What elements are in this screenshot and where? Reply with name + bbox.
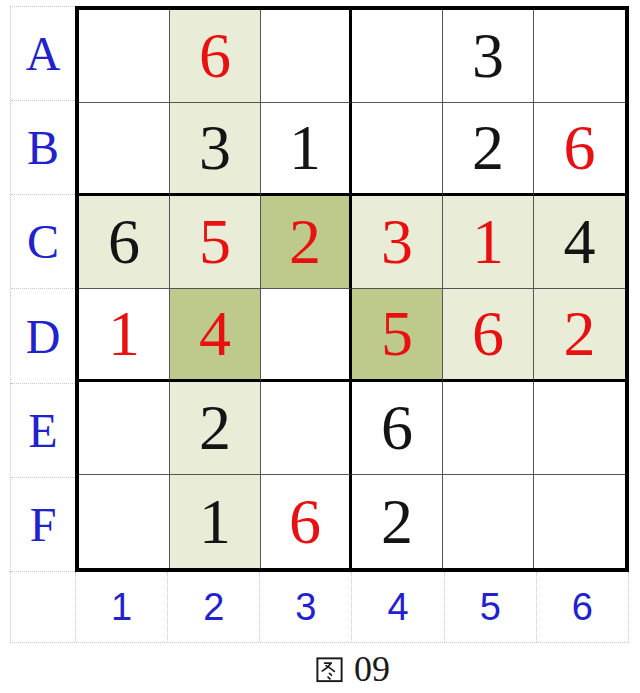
cell-D3 bbox=[261, 289, 352, 382]
cell-F1 bbox=[79, 475, 170, 568]
board-grid: 6331266523141456226162 bbox=[75, 6, 629, 572]
cell-C5: 1 bbox=[443, 196, 534, 289]
cell-D6: 2 bbox=[534, 289, 625, 382]
col-label-2: 2 bbox=[168, 572, 260, 642]
cell-E1 bbox=[79, 382, 170, 475]
cell-B1 bbox=[79, 103, 170, 196]
cell-A2: 6 bbox=[170, 10, 261, 103]
cell-E5 bbox=[443, 382, 534, 475]
cell-B2: 3 bbox=[170, 103, 261, 196]
tu-figure-character-icon bbox=[314, 653, 345, 686]
cell-E4: 6 bbox=[352, 382, 443, 475]
cell-B3: 1 bbox=[261, 103, 352, 196]
cell-C6: 4 bbox=[534, 196, 625, 289]
cell-D1: 1 bbox=[79, 289, 170, 382]
sudoku-figure: ABCDEF 6331266523141456226162 123456 09 bbox=[0, 0, 640, 693]
cell-A3 bbox=[261, 10, 352, 103]
row-label-D: D bbox=[11, 289, 75, 383]
col-labels: 123456 bbox=[10, 572, 629, 643]
cell-B6: 6 bbox=[534, 103, 625, 196]
cell-A1 bbox=[79, 10, 170, 103]
cell-C4: 3 bbox=[352, 196, 443, 289]
row-label-C: C bbox=[11, 195, 75, 289]
cell-B4 bbox=[352, 103, 443, 196]
cell-F4: 2 bbox=[352, 475, 443, 568]
cell-E6 bbox=[534, 382, 625, 475]
cell-F3: 6 bbox=[261, 475, 352, 568]
corner-cell bbox=[11, 572, 76, 642]
figure-number: 09 bbox=[354, 651, 390, 687]
cell-D2: 4 bbox=[170, 289, 261, 382]
cell-C1: 6 bbox=[79, 196, 170, 289]
cell-D4: 5 bbox=[352, 289, 443, 382]
cell-C3: 2 bbox=[261, 196, 352, 289]
cell-A6 bbox=[534, 10, 625, 103]
cell-C2: 5 bbox=[170, 196, 261, 289]
cell-F2: 1 bbox=[170, 475, 261, 568]
col-label-1: 1 bbox=[76, 572, 168, 642]
cell-D5: 6 bbox=[443, 289, 534, 382]
col-label-6: 6 bbox=[537, 572, 629, 642]
figure-caption: 09 bbox=[75, 651, 629, 687]
col-label-5: 5 bbox=[445, 572, 537, 642]
cell-B5: 2 bbox=[443, 103, 534, 196]
cell-F6 bbox=[534, 475, 625, 568]
row-label-E: E bbox=[11, 384, 75, 478]
cell-A5: 3 bbox=[443, 10, 534, 103]
row-label-F: F bbox=[11, 478, 75, 572]
row-label-A: A bbox=[11, 7, 75, 101]
cell-A4 bbox=[352, 10, 443, 103]
col-label-3: 3 bbox=[260, 572, 352, 642]
row-label-B: B bbox=[11, 101, 75, 195]
cell-E3 bbox=[261, 382, 352, 475]
row-labels: ABCDEF bbox=[10, 6, 75, 572]
cell-E2: 2 bbox=[170, 382, 261, 475]
col-label-4: 4 bbox=[352, 572, 444, 642]
cell-F5 bbox=[443, 475, 534, 568]
